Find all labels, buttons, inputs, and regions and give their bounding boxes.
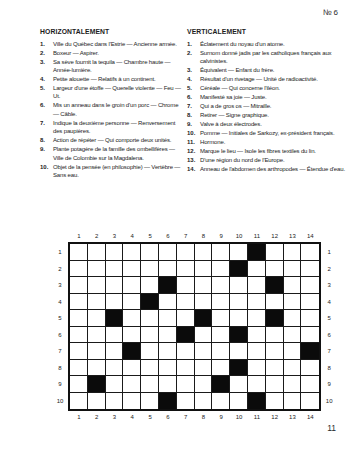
grid-cell[interactable] bbox=[123, 393, 141, 410]
clue-text: Ville du Québec dans l'Estrie — Ancienne… bbox=[53, 40, 187, 48]
grid-cell[interactable] bbox=[88, 294, 106, 311]
clue-number: 3. bbox=[187, 66, 200, 74]
grid-cell[interactable] bbox=[106, 244, 124, 261]
grid-cell[interactable] bbox=[159, 294, 177, 311]
page-number: 11 bbox=[327, 423, 336, 433]
grid-cell[interactable] bbox=[230, 294, 248, 311]
grid-cell[interactable] bbox=[106, 360, 124, 377]
grid-cell[interactable] bbox=[123, 294, 141, 311]
clue-text: Équivalent — Enfant du frère. bbox=[200, 66, 353, 74]
grid-cell[interactable] bbox=[123, 376, 141, 393]
grid-cell[interactable] bbox=[106, 294, 124, 311]
clue-row: 9.Plante potagère de la famille des ombe… bbox=[40, 145, 187, 162]
row-label: 9 bbox=[321, 376, 337, 393]
col-label: 3 bbox=[106, 233, 124, 242]
clue-number: 9. bbox=[40, 145, 53, 162]
clue-row: 10.Objet de la pensée (en philosophie) —… bbox=[40, 163, 187, 180]
grid-cell[interactable] bbox=[159, 376, 177, 393]
grid-cell[interactable] bbox=[248, 277, 266, 294]
clue-row: 8.Retirer — Signe graphique. bbox=[187, 111, 353, 119]
grid-cell[interactable] bbox=[123, 244, 141, 261]
grid-cell[interactable] bbox=[177, 393, 195, 410]
clue-number: 5. bbox=[187, 84, 200, 92]
grid-cell-black bbox=[88, 376, 106, 393]
grid-cell[interactable] bbox=[266, 327, 284, 344]
grid-cell[interactable] bbox=[284, 343, 302, 360]
clue-text: Pomme — Initiales de Sarkozy, ex-préside… bbox=[200, 129, 353, 137]
clue-row: 1.Éclatement du noyau d'un atome. bbox=[187, 40, 353, 48]
grid bbox=[68, 242, 321, 411]
grid-cell-black bbox=[195, 310, 213, 327]
clue-number: 10. bbox=[40, 163, 53, 180]
col-labels-bottom: 1234567891011121314 bbox=[70, 411, 337, 420]
grid-cell[interactable] bbox=[248, 261, 266, 278]
grid-cell[interactable] bbox=[106, 343, 124, 360]
grid-cell[interactable] bbox=[195, 376, 213, 393]
col-label: 14 bbox=[301, 233, 319, 242]
clue-text: Retirer — Signe graphique. bbox=[200, 111, 353, 119]
clue-text: Largeur d'une étoffe — Querelle violente… bbox=[53, 84, 187, 101]
grid-cell-black bbox=[266, 277, 284, 294]
clue-number: 8. bbox=[187, 111, 200, 119]
col-label: 10 bbox=[230, 411, 248, 420]
grid-cell-black bbox=[230, 261, 248, 278]
grid-cell[interactable] bbox=[230, 343, 248, 360]
grid-cell-black bbox=[266, 310, 284, 327]
clue-row: 2.Boxeur — Aspirer. bbox=[40, 49, 187, 57]
clue-row: 4.Petite alouette — Relatifs à un contin… bbox=[40, 75, 187, 83]
grid-cell[interactable] bbox=[301, 376, 319, 393]
grid-cell[interactable] bbox=[230, 244, 248, 261]
grid-cell[interactable] bbox=[195, 244, 213, 261]
grid-cell-black bbox=[141, 294, 159, 311]
clue-row: 5.Largeur d'une étoffe — Querelle violen… bbox=[40, 84, 187, 101]
grid-cell[interactable] bbox=[123, 261, 141, 278]
clue-number: 13. bbox=[187, 156, 200, 164]
col-labels-top: 1234567891011121314 bbox=[70, 228, 337, 242]
row-label: 3 bbox=[321, 277, 337, 294]
clue-text: Plante potagère de la famille des ombell… bbox=[53, 145, 187, 162]
grid-cell[interactable] bbox=[70, 310, 88, 327]
grid-cell[interactable] bbox=[248, 376, 266, 393]
grid-cell[interactable] bbox=[88, 310, 106, 327]
grid-cell[interactable] bbox=[88, 393, 106, 410]
grid-cell[interactable] bbox=[159, 343, 177, 360]
row-label: 6 bbox=[321, 327, 337, 344]
clue-text: Surnom donné jadis par les catholiques f… bbox=[200, 49, 353, 66]
clue-row: 3.Sa sève fournit la tequila — Chambre h… bbox=[40, 58, 187, 75]
col-label: 2 bbox=[88, 233, 106, 242]
grid-cell[interactable] bbox=[266, 343, 284, 360]
clue-number: 6. bbox=[40, 101, 53, 118]
grid-cell[interactable] bbox=[159, 310, 177, 327]
grid-cell[interactable] bbox=[266, 376, 284, 393]
grid-cell[interactable] bbox=[301, 393, 319, 410]
clue-row: 4.Résultat d'un rivetage — Unité de radi… bbox=[187, 75, 353, 83]
clue-row: 11.Hormone. bbox=[187, 138, 353, 146]
grid-cell[interactable] bbox=[195, 261, 213, 278]
grid-cell[interactable] bbox=[266, 393, 284, 410]
row-label: 10 bbox=[321, 393, 337, 410]
clue-text: Mis un anneau dans le groin d'un porc — … bbox=[53, 101, 187, 118]
grid-cell-black bbox=[106, 310, 124, 327]
row-labels-right: 12345678910 bbox=[321, 244, 337, 411]
col-label: 4 bbox=[123, 233, 141, 242]
grid-cell[interactable] bbox=[212, 393, 230, 410]
clue-number: 6. bbox=[187, 93, 200, 101]
grid-cell[interactable] bbox=[177, 261, 195, 278]
grid-cell[interactable] bbox=[212, 244, 230, 261]
across-clues: 1.Ville du Québec dans l'Estrie — Ancien… bbox=[40, 40, 187, 180]
clue-text: Sa sève fournit la tequila — Chambre hau… bbox=[53, 58, 187, 75]
across-clues-column: HORIZONTALEMENT 1.Ville du Québec dans l… bbox=[40, 28, 187, 180]
grid-cell[interactable] bbox=[212, 294, 230, 311]
col-label: 12 bbox=[266, 411, 284, 420]
clue-number: 9. bbox=[187, 120, 200, 128]
clue-row: 8.Action de répéter — Qui comporte deux … bbox=[40, 136, 187, 144]
clue-number: 4. bbox=[187, 75, 200, 83]
row-label: 8 bbox=[321, 360, 337, 377]
grid-cell[interactable] bbox=[248, 360, 266, 377]
grid-cell[interactable] bbox=[266, 261, 284, 278]
clue-text: Petite alouette — Relatifs à un continen… bbox=[53, 75, 187, 83]
clue-text: Valve à deux électrodes. bbox=[200, 120, 353, 128]
clue-row: 10.Pomme — Initiales de Sarkozy, ex-prés… bbox=[187, 129, 353, 137]
grid-cell[interactable] bbox=[177, 277, 195, 294]
clue-text: Manifesté sa joie — Juste. bbox=[200, 93, 353, 101]
clues-section: HORIZONTALEMENT 1.Ville du Québec dans l… bbox=[40, 28, 353, 180]
grid-cell[interactable] bbox=[230, 376, 248, 393]
clue-row: 1.Ville du Québec dans l'Estrie — Ancien… bbox=[40, 40, 187, 48]
grid-cell[interactable] bbox=[301, 294, 319, 311]
grid-cell[interactable] bbox=[212, 261, 230, 278]
clue-row: 9.Valve à deux électrodes. bbox=[187, 120, 353, 128]
grid-cell[interactable] bbox=[284, 261, 302, 278]
col-label: 4 bbox=[123, 411, 141, 420]
clue-number: 2. bbox=[40, 49, 53, 57]
row-label: 1 bbox=[321, 244, 337, 261]
grid-cell[interactable] bbox=[248, 343, 266, 360]
clue-row: 3.Équivalent — Enfant du frère. bbox=[187, 66, 353, 74]
col-label: 1 bbox=[70, 411, 88, 420]
grid-cell[interactable] bbox=[123, 327, 141, 344]
grid-cell[interactable] bbox=[88, 343, 106, 360]
grid-cell[interactable] bbox=[248, 310, 266, 327]
clue-row: 6.Manifesté sa joie — Juste. bbox=[187, 93, 353, 101]
col-label: 14 bbox=[301, 411, 319, 420]
grid-cell[interactable] bbox=[70, 244, 88, 261]
grid-cell[interactable] bbox=[195, 327, 213, 344]
grid-cell[interactable] bbox=[141, 343, 159, 360]
grid-cell[interactable] bbox=[159, 327, 177, 344]
grid-cell[interactable] bbox=[301, 360, 319, 377]
clue-text: Objet de la pensée (en philosophie) — Ve… bbox=[53, 163, 187, 180]
clue-number: 3. bbox=[40, 58, 53, 75]
grid-cell[interactable] bbox=[141, 327, 159, 344]
across-title: HORIZONTALEMENT bbox=[40, 28, 187, 35]
grid-cell[interactable] bbox=[230, 277, 248, 294]
grid-cell-black bbox=[301, 343, 319, 360]
col-label: 5 bbox=[141, 411, 159, 420]
row-label: 7 bbox=[52, 343, 68, 360]
col-label: 9 bbox=[212, 411, 230, 420]
grid-cell[interactable] bbox=[301, 261, 319, 278]
clue-number: 1. bbox=[40, 40, 53, 48]
grid-cell[interactable] bbox=[301, 327, 319, 344]
col-label: 2 bbox=[88, 411, 106, 420]
grid-cell[interactable] bbox=[248, 327, 266, 344]
grid-cell[interactable] bbox=[212, 277, 230, 294]
col-label: 7 bbox=[177, 233, 195, 242]
row-label: 3 bbox=[52, 277, 68, 294]
row-label: 5 bbox=[321, 310, 337, 327]
grid-cell[interactable] bbox=[88, 244, 106, 261]
grid-cell[interactable] bbox=[106, 277, 124, 294]
grid-cell[interactable] bbox=[284, 244, 302, 261]
col-label: 1 bbox=[70, 233, 88, 242]
grid-cell[interactable] bbox=[141, 244, 159, 261]
grid-cell[interactable] bbox=[141, 376, 159, 393]
row-labels-left: 12345678910 bbox=[52, 244, 68, 411]
clue-row: 7.Qui a de gros os — Mitraille. bbox=[187, 102, 353, 110]
down-title: VERTICALEMENT bbox=[187, 28, 353, 35]
grid-cell[interactable] bbox=[301, 310, 319, 327]
clue-text: Marque le lieu — Isole les fibres textil… bbox=[200, 147, 353, 155]
grid-cell[interactable] bbox=[88, 360, 106, 377]
grid-cell-black bbox=[230, 360, 248, 377]
grid-cell[interactable] bbox=[88, 261, 106, 278]
row-label: 4 bbox=[321, 294, 337, 311]
clue-row: 7.Indique la deuxième personne — Renvers… bbox=[40, 119, 187, 136]
grid-cell[interactable] bbox=[212, 343, 230, 360]
grid-cell[interactable] bbox=[88, 277, 106, 294]
crossword-page: № 6 HORIZONTALEMENT 1.Ville du Québec da… bbox=[0, 0, 360, 450]
grid-cell[interactable] bbox=[284, 277, 302, 294]
grid-cell-black bbox=[248, 244, 266, 261]
col-label: 6 bbox=[159, 411, 177, 420]
clue-row: 13.D'une région du nord de l'Europe. bbox=[187, 156, 353, 164]
grid-cell[interactable] bbox=[230, 310, 248, 327]
row-label: 6 bbox=[52, 327, 68, 344]
grid-cell[interactable] bbox=[70, 376, 88, 393]
grid-cell[interactable] bbox=[70, 294, 88, 311]
clue-text: Action de répéter — Qui comporte deux un… bbox=[53, 136, 187, 144]
grid-cell[interactable] bbox=[141, 360, 159, 377]
grid-cell[interactable] bbox=[177, 244, 195, 261]
grid-cell[interactable] bbox=[301, 277, 319, 294]
grid-cell[interactable] bbox=[301, 244, 319, 261]
clue-text: Indique la deuxième personne — Renversem… bbox=[53, 119, 187, 136]
clue-number: 12. bbox=[187, 147, 200, 155]
clue-number: 7. bbox=[187, 102, 200, 110]
col-label: 9 bbox=[212, 233, 230, 242]
row-label: 10 bbox=[52, 393, 68, 410]
grid-cell[interactable] bbox=[106, 393, 124, 410]
grid-cell-black bbox=[212, 376, 230, 393]
grid-cell[interactable] bbox=[177, 294, 195, 311]
grid-cell[interactable] bbox=[159, 360, 177, 377]
grid-cell[interactable] bbox=[230, 393, 248, 410]
col-label: 8 bbox=[195, 411, 213, 420]
grid-cell[interactable] bbox=[70, 360, 88, 377]
grid-cell[interactable] bbox=[266, 244, 284, 261]
grid-cell[interactable] bbox=[284, 376, 302, 393]
grid-cell[interactable] bbox=[177, 310, 195, 327]
grid-cell-black bbox=[177, 327, 195, 344]
clue-number: 11. bbox=[187, 138, 200, 146]
col-label: 11 bbox=[248, 411, 266, 420]
grid-cell[interactable] bbox=[248, 294, 266, 311]
grid-cell[interactable] bbox=[212, 327, 230, 344]
row-label: 1 bbox=[52, 244, 68, 261]
clue-number: 10. bbox=[187, 129, 200, 137]
grid-cell[interactable] bbox=[266, 360, 284, 377]
clue-text: Anneau de l'abdomen des arthropodes — Ét… bbox=[200, 165, 353, 173]
grid-cell[interactable] bbox=[284, 327, 302, 344]
clue-text: D'une région du nord de l'Europe. bbox=[200, 156, 353, 164]
clue-number: 5. bbox=[40, 84, 53, 101]
grid-cell[interactable] bbox=[70, 261, 88, 278]
grid-cell[interactable] bbox=[123, 277, 141, 294]
grid-cell-black bbox=[159, 393, 177, 410]
row-label: 4 bbox=[52, 294, 68, 311]
grid-cell[interactable] bbox=[106, 327, 124, 344]
grid-cell[interactable] bbox=[141, 277, 159, 294]
grid-cell[interactable] bbox=[159, 244, 177, 261]
grid-cell[interactable] bbox=[141, 310, 159, 327]
puzzle-number: № 6 bbox=[323, 8, 338, 17]
grid-cell[interactable] bbox=[284, 393, 302, 410]
grid-cell[interactable] bbox=[195, 294, 213, 311]
grid-cell[interactable] bbox=[177, 343, 195, 360]
clue-number: 8. bbox=[40, 136, 53, 144]
grid-cell[interactable] bbox=[266, 294, 284, 311]
clue-row: 2.Surnom donné jadis par les catholiques… bbox=[187, 49, 353, 66]
row-label: 2 bbox=[52, 261, 68, 278]
down-clues: 1.Éclatement du noyau d'un atome.2.Surno… bbox=[187, 40, 353, 174]
clue-row: 12.Marque le lieu — Isole les fibres tex… bbox=[187, 147, 353, 155]
col-label: 5 bbox=[141, 233, 159, 242]
col-label: 13 bbox=[284, 233, 302, 242]
grid-cell[interactable] bbox=[70, 277, 88, 294]
grid-cell[interactable] bbox=[141, 261, 159, 278]
clue-number: 7. bbox=[40, 119, 53, 136]
col-label: 11 bbox=[248, 233, 266, 242]
grid-cell[interactable] bbox=[70, 327, 88, 344]
grid-cell[interactable] bbox=[212, 310, 230, 327]
clue-text: Céréale — Qui concerne l'iléon. bbox=[200, 84, 353, 92]
col-label: 3 bbox=[106, 411, 124, 420]
grid-cell[interactable] bbox=[159, 261, 177, 278]
col-label: 13 bbox=[284, 411, 302, 420]
grid-cell[interactable] bbox=[177, 376, 195, 393]
row-label: 2 bbox=[321, 261, 337, 278]
col-label: 10 bbox=[230, 233, 248, 242]
grid-cell[interactable] bbox=[195, 393, 213, 410]
col-label: 6 bbox=[159, 233, 177, 242]
row-label: 9 bbox=[52, 376, 68, 393]
grid-cell[interactable] bbox=[195, 360, 213, 377]
grid-cell[interactable] bbox=[123, 360, 141, 377]
row-label: 8 bbox=[52, 360, 68, 377]
grid-cell[interactable] bbox=[106, 261, 124, 278]
clue-number: 1. bbox=[187, 40, 200, 48]
grid-cell[interactable] bbox=[70, 343, 88, 360]
row-label: 7 bbox=[321, 343, 337, 360]
row-label: 5 bbox=[52, 310, 68, 327]
grid-cell-black bbox=[123, 343, 141, 360]
grid-cell[interactable] bbox=[88, 327, 106, 344]
grid-cell[interactable] bbox=[70, 393, 88, 410]
grid-cell[interactable] bbox=[177, 360, 195, 377]
col-label: 8 bbox=[195, 233, 213, 242]
clue-number: 2. bbox=[187, 49, 200, 66]
grid-cell[interactable] bbox=[284, 310, 302, 327]
col-label: 12 bbox=[266, 233, 284, 242]
clue-row: 6.Mis un anneau dans le groin d'un porc … bbox=[40, 101, 187, 118]
grid-cell[interactable] bbox=[141, 393, 159, 410]
grid-cell[interactable] bbox=[284, 360, 302, 377]
grid-cell[interactable] bbox=[284, 294, 302, 311]
clue-text: Boxeur — Aspirer. bbox=[53, 49, 187, 57]
clue-number: 14. bbox=[187, 165, 200, 173]
clue-row: 5.Céréale — Qui concerne l'iléon. bbox=[187, 84, 353, 92]
grid-cell-black bbox=[230, 327, 248, 344]
grid-cell[interactable] bbox=[106, 376, 124, 393]
grid-cell-black bbox=[248, 393, 266, 410]
clue-row: 14.Anneau de l'abdomen des arthropodes —… bbox=[187, 165, 353, 173]
grid-cell[interactable] bbox=[212, 360, 230, 377]
down-clues-column: VERTICALEMENT 1.Éclatement du noyau d'un… bbox=[187, 28, 353, 180]
clue-text: Éclatement du noyau d'un atome. bbox=[200, 40, 353, 48]
clue-text: Résultat d'un rivetage — Unité de radioa… bbox=[200, 75, 353, 83]
grid-cell-black bbox=[159, 277, 177, 294]
clue-number: 4. bbox=[40, 75, 53, 83]
clue-text: Hormone. bbox=[200, 138, 353, 146]
clue-text: Qui a de gros os — Mitraille. bbox=[200, 102, 353, 110]
grid-cell[interactable] bbox=[195, 343, 213, 360]
grid-cell[interactable] bbox=[195, 277, 213, 294]
grid-cell[interactable] bbox=[123, 310, 141, 327]
col-label: 7 bbox=[177, 411, 195, 420]
crossword-board: 1234567891011121314 12345678910 12345678… bbox=[52, 228, 337, 420]
